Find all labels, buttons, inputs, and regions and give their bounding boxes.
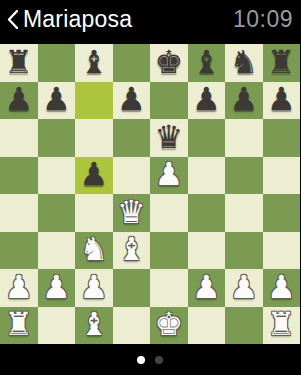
square-d8[interactable]	[113, 44, 151, 82]
square-b4[interactable]	[38, 194, 76, 232]
square-g1[interactable]	[225, 307, 263, 345]
black-pawn: ♟	[79, 158, 108, 190]
square-f5[interactable]	[188, 157, 226, 195]
chess-board: ♜♝♚♝♞♜♟♟♟♟♟♟♛♟♟♛♞♝♟♟♟♟♟♟♜♝♚♜	[0, 44, 300, 344]
white-bishop: ♝	[117, 233, 146, 265]
black-queen: ♛	[154, 121, 183, 153]
white-pawn: ♟	[42, 271, 71, 303]
black-pawn: ♟	[192, 83, 221, 115]
black-pawn: ♟	[229, 83, 258, 115]
black-king: ♚	[154, 46, 183, 78]
square-b7[interactable]: ♟	[38, 82, 76, 120]
square-b8[interactable]	[38, 44, 76, 82]
black-pawn: ♟	[267, 83, 296, 115]
black-pawn: ♟	[4, 83, 33, 115]
white-bishop: ♝	[79, 308, 108, 340]
square-h2[interactable]: ♟	[263, 269, 301, 307]
square-f6[interactable]	[188, 119, 226, 157]
square-d5[interactable]	[113, 157, 151, 195]
game-title: Mariaposa	[23, 6, 132, 33]
header: Mariaposa 10:09	[0, 0, 300, 44]
square-f2[interactable]: ♟	[188, 269, 226, 307]
square-c4[interactable]	[75, 194, 113, 232]
square-h5[interactable]	[263, 157, 301, 195]
black-bishop: ♝	[79, 46, 108, 78]
square-d7[interactable]: ♟	[113, 82, 151, 120]
square-g2[interactable]: ♟	[225, 269, 263, 307]
square-c2[interactable]: ♟	[75, 269, 113, 307]
square-e1[interactable]: ♚	[150, 307, 188, 345]
status-time: 10:09	[233, 6, 293, 33]
square-g7[interactable]: ♟	[225, 82, 263, 120]
square-b5[interactable]	[38, 157, 76, 195]
square-a7[interactable]: ♟	[0, 82, 38, 120]
white-pawn: ♟	[79, 271, 108, 303]
square-g5[interactable]	[225, 157, 263, 195]
square-g3[interactable]	[225, 232, 263, 270]
white-pawn: ♟	[229, 271, 258, 303]
square-h1[interactable]: ♜	[263, 307, 301, 345]
square-b1[interactable]	[38, 307, 76, 345]
white-queen: ♛	[117, 196, 146, 228]
square-e5[interactable]: ♟	[150, 157, 188, 195]
black-pawn: ♟	[117, 83, 146, 115]
black-pawn: ♟	[42, 83, 71, 115]
square-b6[interactable]	[38, 119, 76, 157]
square-g4[interactable]	[225, 194, 263, 232]
square-d3[interactable]: ♝	[113, 232, 151, 270]
square-a5[interactable]	[0, 157, 38, 195]
square-d2[interactable]	[113, 269, 151, 307]
square-a6[interactable]	[0, 119, 38, 157]
square-b2[interactable]: ♟	[38, 269, 76, 307]
square-f8[interactable]: ♝	[188, 44, 226, 82]
white-pawn: ♟	[192, 271, 221, 303]
black-bishop: ♝	[192, 46, 221, 78]
square-f1[interactable]	[188, 307, 226, 345]
white-knight: ♞	[79, 233, 108, 265]
square-c5[interactable]: ♟	[75, 157, 113, 195]
black-rook: ♜	[267, 46, 296, 78]
black-rook: ♜	[4, 46, 33, 78]
square-h6[interactable]	[263, 119, 301, 157]
square-e8[interactable]: ♚	[150, 44, 188, 82]
square-d1[interactable]	[113, 307, 151, 345]
square-f4[interactable]	[188, 194, 226, 232]
white-king: ♚	[154, 308, 183, 340]
square-a2[interactable]: ♟	[0, 269, 38, 307]
square-h4[interactable]	[263, 194, 301, 232]
square-f7[interactable]: ♟	[188, 82, 226, 120]
square-e6[interactable]: ♛	[150, 119, 188, 157]
square-c6[interactable]	[75, 119, 113, 157]
white-pawn: ♟	[154, 158, 183, 190]
square-g8[interactable]: ♞	[225, 44, 263, 82]
white-rook: ♜	[267, 308, 296, 340]
white-pawn: ♟	[4, 271, 33, 303]
square-c7[interactable]	[75, 82, 113, 120]
square-h3[interactable]	[263, 232, 301, 270]
white-rook: ♜	[4, 308, 33, 340]
square-h8[interactable]: ♜	[263, 44, 301, 82]
square-c8[interactable]: ♝	[75, 44, 113, 82]
square-c1[interactable]: ♝	[75, 307, 113, 345]
square-e3[interactable]	[150, 232, 188, 270]
chevron-left-icon	[7, 9, 19, 30]
black-knight: ♞	[229, 46, 258, 78]
square-a4[interactable]	[0, 194, 38, 232]
square-d6[interactable]	[113, 119, 151, 157]
page-dot-2	[155, 356, 163, 364]
square-e4[interactable]	[150, 194, 188, 232]
square-e2[interactable]	[150, 269, 188, 307]
square-c3[interactable]: ♞	[75, 232, 113, 270]
page-dot-1	[137, 356, 145, 364]
square-a1[interactable]: ♜	[0, 307, 38, 345]
page-indicator	[0, 344, 300, 375]
square-h7[interactable]: ♟	[263, 82, 301, 120]
square-a8[interactable]: ♜	[0, 44, 38, 82]
square-f3[interactable]	[188, 232, 226, 270]
square-g6[interactable]	[225, 119, 263, 157]
square-a3[interactable]	[0, 232, 38, 270]
white-pawn: ♟	[267, 271, 296, 303]
square-e7[interactable]	[150, 82, 188, 120]
square-d4[interactable]: ♛	[113, 194, 151, 232]
back-button[interactable]	[5, 5, 21, 33]
square-b3[interactable]	[38, 232, 76, 270]
